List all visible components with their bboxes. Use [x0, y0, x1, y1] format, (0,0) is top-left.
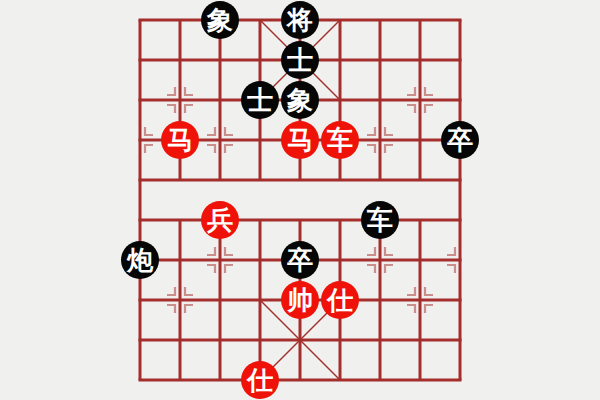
xiangqi-board[interactable]: 象将士士象马马车卒兵车炮卒帅仕仕 [0, 0, 600, 400]
piece-red-horse[interactable]: 马 [161, 121, 199, 159]
piece-red-advisor[interactable]: 仕 [241, 361, 279, 399]
piece-red-chariot[interactable]: 车 [321, 121, 359, 159]
piece-black-advisor[interactable]: 士 [281, 41, 319, 79]
piece-black-advisor[interactable]: 士 [241, 81, 279, 119]
piece-black-cannon[interactable]: 炮 [121, 241, 159, 279]
piece-red-pawn[interactable]: 兵 [201, 201, 239, 239]
piece-black-pawn[interactable]: 卒 [441, 121, 479, 159]
piece-black-pawn[interactable]: 卒 [281, 241, 319, 279]
piece-black-chariot[interactable]: 车 [361, 201, 399, 239]
piece-black-general[interactable]: 将 [281, 1, 319, 39]
piece-red-general[interactable]: 帅 [281, 281, 319, 319]
piece-grid: 象将士士象马马车卒兵车炮卒帅仕仕 [120, 0, 480, 400]
piece-red-horse[interactable]: 马 [281, 121, 319, 159]
piece-black-elephant[interactable]: 象 [281, 81, 319, 119]
piece-black-elephant[interactable]: 象 [201, 1, 239, 39]
piece-red-advisor[interactable]: 仕 [321, 281, 359, 319]
xiangqi-app: 象将士士象马马车卒兵车炮卒帅仕仕 [0, 0, 600, 400]
